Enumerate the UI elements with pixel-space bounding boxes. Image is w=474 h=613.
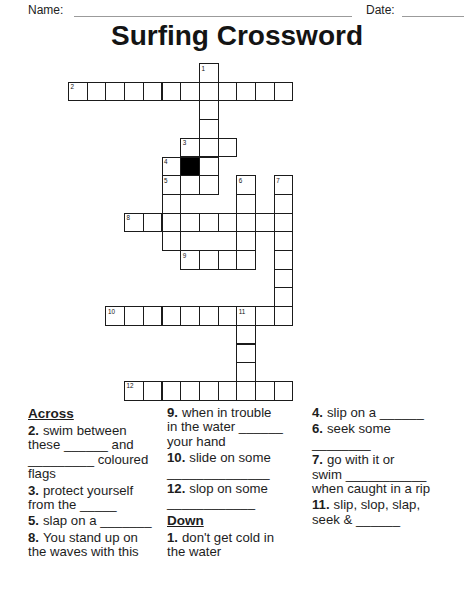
grid-cell-r13c8[interactable] bbox=[218, 306, 238, 326]
black-cell-r5c6 bbox=[180, 157, 200, 177]
clue-number: 11. bbox=[312, 497, 330, 512]
grid-cell-r13c6[interactable] bbox=[180, 306, 200, 326]
grid-cell-r1c11[interactable] bbox=[274, 82, 294, 102]
cell-number-4: 4 bbox=[164, 158, 168, 165]
clue-down-7: 7.go with it or swim ___________ when ca… bbox=[312, 453, 469, 496]
grid-cell-r4c7[interactable] bbox=[199, 138, 219, 158]
clue-across-2: 2.swim between these ______ and ________… bbox=[28, 424, 170, 482]
clue-across-3: 3.protect yourself from the _____ bbox=[28, 484, 170, 513]
worksheet-page: Name: Date: Surfing Crossword 1234567891… bbox=[0, 0, 474, 613]
grid-cell-r10c6[interactable]: 9 bbox=[180, 250, 200, 270]
grid-cell-r6c9[interactable]: 6 bbox=[236, 175, 256, 195]
grid-cell-r1c8[interactable] bbox=[218, 82, 238, 102]
grid-cell-r13c2[interactable]: 10 bbox=[105, 306, 125, 326]
grid-cell-r1c9[interactable] bbox=[236, 82, 256, 102]
clue-text: slap on a _______ bbox=[43, 513, 152, 528]
grid-cell-r17c11[interactable] bbox=[274, 381, 294, 401]
grid-cell-r1c5[interactable] bbox=[162, 82, 182, 102]
grid-cell-r15c9[interactable] bbox=[236, 344, 256, 364]
grid-cell-r1c2[interactable] bbox=[105, 82, 125, 102]
cell-number-10: 10 bbox=[108, 308, 115, 315]
clue-number: 7. bbox=[312, 452, 323, 467]
clue-column-middle: 9.when in trouble in the water ______ yo… bbox=[167, 406, 308, 562]
clue-down-4: 4.slip on a ______ bbox=[312, 406, 469, 420]
clue-number: 1. bbox=[167, 530, 178, 545]
clue-text: slip on a ______ bbox=[327, 405, 424, 420]
clue-text: seek some ________ bbox=[312, 421, 391, 450]
date-blank-line bbox=[402, 16, 464, 17]
clue-number: 12. bbox=[167, 481, 185, 496]
grid-cell-r8c9[interactable] bbox=[236, 213, 256, 233]
grid-cell-r6c11[interactable]: 7 bbox=[274, 175, 294, 195]
grid-cell-r9c5[interactable] bbox=[162, 231, 182, 251]
grid-cell-r7c5[interactable] bbox=[162, 194, 182, 214]
grid-cell-r1c0[interactable]: 2 bbox=[68, 82, 88, 102]
clue-number: 2. bbox=[28, 423, 39, 438]
cell-number-3: 3 bbox=[183, 139, 187, 146]
grid-cell-r10c11[interactable] bbox=[274, 250, 294, 270]
grid-cell-r17c5[interactable] bbox=[162, 381, 182, 401]
grid-cell-r1c4[interactable] bbox=[143, 82, 163, 102]
grid-cell-r10c7[interactable] bbox=[199, 250, 219, 270]
grid-cell-r16c9[interactable] bbox=[236, 362, 256, 382]
clue-number: 10. bbox=[167, 450, 185, 465]
cell-number-2: 2 bbox=[71, 83, 75, 90]
grid-cell-r7c11[interactable] bbox=[274, 194, 294, 214]
grid-cell-r12c11[interactable] bbox=[274, 287, 294, 307]
cell-number-12: 12 bbox=[127, 382, 134, 389]
clue-down-6: 6.seek some ________ bbox=[312, 422, 469, 451]
grid-cell-r9c11[interactable] bbox=[274, 231, 294, 251]
grid-cell-r3c7[interactable] bbox=[199, 119, 219, 139]
grid-cell-r6c7[interactable] bbox=[199, 175, 219, 195]
clue-column-left: Across2.swim between these ______ and __… bbox=[28, 406, 170, 562]
clue-text: You stand up on the waves with this bbox=[28, 530, 139, 559]
clue-across-10: 10.slide on some ______________ bbox=[167, 451, 308, 480]
grid-cell-r8c10[interactable] bbox=[255, 213, 275, 233]
grid-cell-r13c4[interactable] bbox=[143, 306, 163, 326]
cell-number-1: 1 bbox=[201, 65, 205, 72]
grid-cell-r17c3[interactable]: 12 bbox=[124, 381, 144, 401]
grid-cell-r17c6[interactable] bbox=[180, 381, 200, 401]
grid-cell-r1c1[interactable] bbox=[87, 82, 107, 102]
grid-cell-r2c7[interactable] bbox=[199, 100, 219, 120]
grid-cell-r10c8[interactable] bbox=[218, 250, 238, 270]
clue-number: 8. bbox=[28, 530, 39, 545]
grid-cell-r14c9[interactable] bbox=[236, 325, 256, 345]
clue-down-1: 1.don't get cold in the water bbox=[167, 531, 308, 560]
clue-down-11: 11.slip, slop, slap, seek & ______ bbox=[312, 498, 469, 527]
grid-cell-r5c7[interactable] bbox=[199, 157, 219, 177]
grid-cell-r6c6[interactable] bbox=[180, 175, 200, 195]
grid-cell-r9c9[interactable] bbox=[236, 231, 256, 251]
grid-cell-r13c7[interactable] bbox=[199, 306, 219, 326]
clue-text: when in trouble in the water ______ your… bbox=[167, 405, 283, 449]
grid-cell-r8c11[interactable] bbox=[274, 213, 294, 233]
name-label: Name: bbox=[28, 3, 63, 17]
down-heading: Down bbox=[167, 513, 308, 528]
grid-cell-r8c7[interactable] bbox=[199, 213, 219, 233]
page-title: Surfing Crossword bbox=[0, 19, 474, 53]
clue-across-8: 8.You stand up on the waves with this bbox=[28, 531, 170, 560]
grid-cell-r4c6[interactable]: 3 bbox=[180, 138, 200, 158]
grid-cell-r13c11[interactable] bbox=[274, 306, 294, 326]
cell-number-11: 11 bbox=[239, 308, 246, 315]
grid-cell-r17c8[interactable] bbox=[218, 381, 238, 401]
grid-cell-r17c10[interactable] bbox=[255, 381, 275, 401]
name-blank-line bbox=[74, 16, 352, 17]
grid-cell-r8c3[interactable]: 8 bbox=[124, 213, 144, 233]
grid-cell-r8c4[interactable] bbox=[143, 213, 163, 233]
clue-number: 9. bbox=[167, 405, 178, 420]
cell-number-7: 7 bbox=[276, 177, 280, 184]
clue-number: 4. bbox=[312, 405, 323, 420]
grid-cell-r13c3[interactable] bbox=[124, 306, 144, 326]
clue-text: go with it or swim ___________ when caug… bbox=[312, 452, 430, 496]
grid-cell-r10c9[interactable] bbox=[236, 250, 256, 270]
grid-cell-r13c9[interactable]: 11 bbox=[236, 306, 256, 326]
clue-across-5: 5.slap on a _______ bbox=[28, 514, 170, 528]
grid-cell-r11c11[interactable] bbox=[274, 269, 294, 289]
grid-cell-r4c8[interactable] bbox=[218, 138, 238, 158]
grid-cell-r1c6[interactable] bbox=[180, 82, 200, 102]
cell-number-9: 9 bbox=[183, 252, 187, 259]
grid-cell-r17c7[interactable] bbox=[199, 381, 219, 401]
clue-column-right: 4.slip on a ______6.seek some ________7.… bbox=[312, 406, 469, 529]
clue-number: 3. bbox=[28, 483, 39, 498]
crossword-grid: 123456789101112 bbox=[68, 63, 294, 401]
cell-number-8: 8 bbox=[127, 214, 131, 221]
grid-cell-r17c9[interactable] bbox=[236, 381, 256, 401]
grid-cell-r13c10[interactable] bbox=[255, 306, 275, 326]
grid-cell-r0c7[interactable]: 1 bbox=[199, 63, 219, 83]
cell-number-6: 6 bbox=[239, 177, 243, 184]
grid-cell-r8c6[interactable] bbox=[180, 213, 200, 233]
clue-number: 6. bbox=[312, 421, 323, 436]
clue-across-9: 9.when in trouble in the water ______ yo… bbox=[167, 406, 308, 449]
grid-cell-r1c3[interactable] bbox=[124, 82, 144, 102]
grid-cell-r1c10[interactable] bbox=[255, 82, 275, 102]
grid-cell-r1c7[interactable] bbox=[199, 82, 219, 102]
cell-number-5: 5 bbox=[164, 177, 168, 184]
grid-cell-r7c9[interactable] bbox=[236, 194, 256, 214]
grid-cell-r8c5[interactable] bbox=[162, 213, 182, 233]
grid-cell-r17c4[interactable] bbox=[143, 381, 163, 401]
grid-cell-r6c5[interactable]: 5 bbox=[162, 175, 182, 195]
clue-text: don't get cold in the water bbox=[167, 530, 274, 559]
grid-cell-r5c5[interactable]: 4 bbox=[162, 157, 182, 177]
date-label: Date: bbox=[366, 3, 395, 17]
clue-number: 5. bbox=[28, 513, 39, 528]
clue-across-12: 12.slop on some ____________ bbox=[167, 482, 308, 511]
grid-cell-r13c5[interactable] bbox=[162, 306, 182, 326]
clue-text: swim between these ______ and _________ … bbox=[28, 423, 148, 481]
across-heading: Across bbox=[28, 406, 170, 421]
clue-text: protect yourself from the _____ bbox=[28, 483, 133, 512]
grid-cell-r8c8[interactable] bbox=[218, 213, 238, 233]
